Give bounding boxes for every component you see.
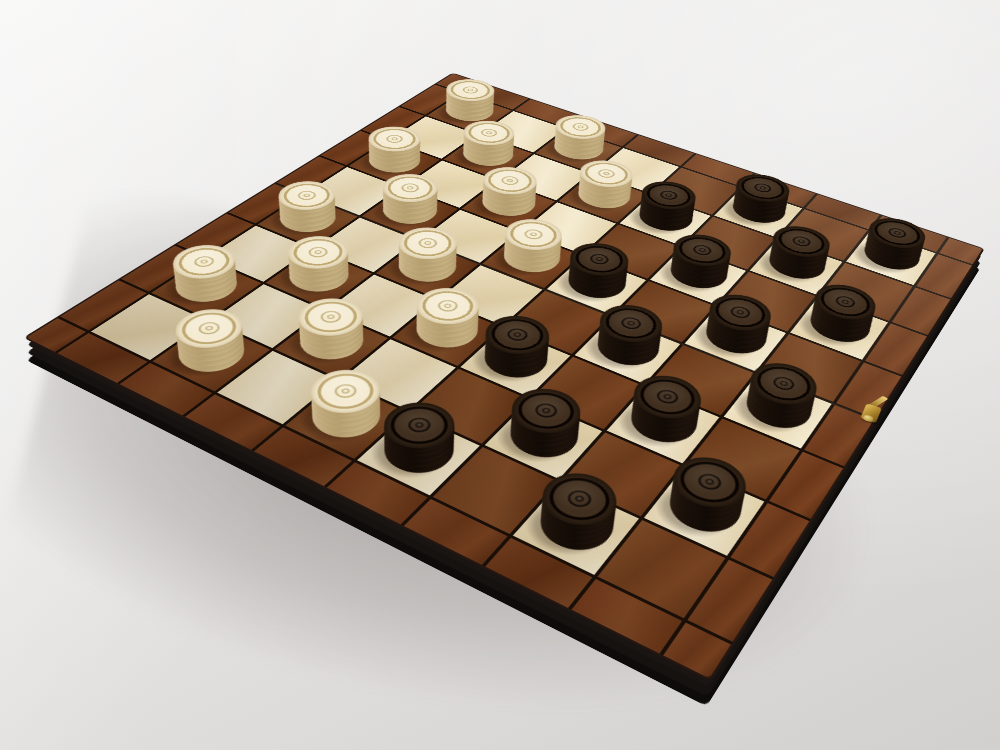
white-piece-c4[interactable] [387, 247, 467, 292]
black-piece-e1[interactable] [371, 422, 467, 486]
white-piece-c2[interactable] [287, 318, 376, 371]
black-piece-f4[interactable] [586, 324, 669, 376]
black-piece-g3[interactable] [619, 395, 707, 455]
white-piece-a4[interactable] [269, 201, 347, 242]
black-piece-g7[interactable] [760, 245, 833, 288]
black-piece-e3[interactable] [472, 335, 558, 389]
black-piece-f8[interactable] [724, 193, 793, 232]
white-piece-b1[interactable] [165, 329, 257, 383]
black-piece-f2[interactable] [498, 408, 590, 470]
white-piece-a2[interactable] [163, 265, 249, 313]
black-piece-g5[interactable] [696, 314, 776, 365]
scene [0, 0, 1000, 750]
product-photo-stage [0, 0, 1000, 750]
white-piece-b3[interactable] [277, 256, 360, 302]
black-piece-h2[interactable] [657, 476, 751, 546]
black-piece-h6[interactable] [801, 303, 878, 352]
black-piece-h8[interactable] [856, 237, 926, 279]
black-piece-h4[interactable] [736, 382, 821, 440]
black-piece-g1[interactable] [527, 492, 626, 564]
checkers-board [26, 74, 982, 679]
black-piece-e5[interactable] [557, 262, 635, 308]
black-piece-f6[interactable] [661, 253, 736, 298]
